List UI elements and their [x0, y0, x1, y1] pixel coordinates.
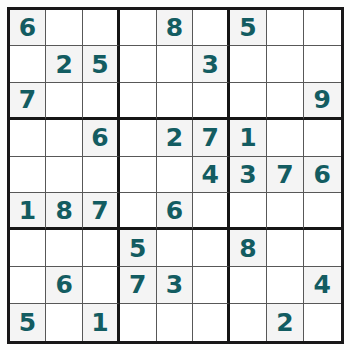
cell-r1c1[interactable]: 6: [10, 10, 47, 47]
cell-r6c6[interactable]: [193, 193, 230, 230]
cell-r1c7[interactable]: 5: [230, 10, 267, 47]
cell-r4c5[interactable]: 2: [157, 120, 194, 157]
cell-r5c9[interactable]: 6: [304, 157, 341, 194]
cell-r9c7[interactable]: [230, 304, 267, 341]
cell-r3c6[interactable]: [193, 83, 230, 120]
cell-r5c1[interactable]: [10, 157, 47, 194]
cell-r4c4[interactable]: [120, 120, 157, 157]
cell-r6c8[interactable]: [267, 193, 304, 230]
cell-r9c2[interactable]: [46, 304, 83, 341]
sudoku-page: 68525379627143761876586734512: [0, 0, 350, 350]
cell-r5c8[interactable]: 7: [267, 157, 304, 194]
cell-r8c3[interactable]: [83, 267, 120, 304]
cell-r3c5[interactable]: [157, 83, 194, 120]
cell-r4c1[interactable]: [10, 120, 47, 157]
cell-r8c4[interactable]: 7: [120, 267, 157, 304]
cell-r8c2[interactable]: 6: [46, 267, 83, 304]
cell-r3c4[interactable]: [120, 83, 157, 120]
cell-r5c5[interactable]: [157, 157, 194, 194]
cell-r2c7[interactable]: [230, 46, 267, 83]
cell-r2c5[interactable]: [157, 46, 194, 83]
cell-r5c3[interactable]: [83, 157, 120, 194]
cell-r2c1[interactable]: [10, 46, 47, 83]
cell-r1c4[interactable]: [120, 10, 157, 47]
cell-r1c8[interactable]: [267, 10, 304, 47]
cell-r9c9[interactable]: [304, 304, 341, 341]
cell-r5c7[interactable]: 3: [230, 157, 267, 194]
cell-r7c6[interactable]: [193, 230, 230, 267]
cell-r4c6[interactable]: 7: [193, 120, 230, 157]
cell-r4c8[interactable]: [267, 120, 304, 157]
cell-r7c7[interactable]: 8: [230, 230, 267, 267]
cell-r7c5[interactable]: [157, 230, 194, 267]
cell-r2c4[interactable]: [120, 46, 157, 83]
cell-r8c6[interactable]: [193, 267, 230, 304]
cell-r4c7[interactable]: 1: [230, 120, 267, 157]
cell-r9c8[interactable]: 2: [267, 304, 304, 341]
cell-r7c9[interactable]: [304, 230, 341, 267]
cell-r8c9[interactable]: 4: [304, 267, 341, 304]
cell-r7c1[interactable]: [10, 230, 47, 267]
cell-r9c3[interactable]: 1: [83, 304, 120, 341]
cell-r6c7[interactable]: [230, 193, 267, 230]
cell-r1c9[interactable]: [304, 10, 341, 47]
cell-r4c3[interactable]: 6: [83, 120, 120, 157]
cell-r7c3[interactable]: [83, 230, 120, 267]
cell-r1c3[interactable]: [83, 10, 120, 47]
cell-r5c4[interactable]: [120, 157, 157, 194]
cell-r6c5[interactable]: 6: [157, 193, 194, 230]
sudoku-board: 68525379627143761876586734512: [7, 7, 344, 344]
cell-r1c5[interactable]: 8: [157, 10, 194, 47]
cell-r9c1[interactable]: 5: [10, 304, 47, 341]
cell-r3c1[interactable]: 7: [10, 83, 47, 120]
cell-r2c9[interactable]: [304, 46, 341, 83]
cell-r7c4[interactable]: 5: [120, 230, 157, 267]
cell-r2c6[interactable]: 3: [193, 46, 230, 83]
cell-r9c5[interactable]: [157, 304, 194, 341]
cell-r9c4[interactable]: [120, 304, 157, 341]
cell-r1c6[interactable]: [193, 10, 230, 47]
cell-r3c9[interactable]: 9: [304, 83, 341, 120]
cell-r3c2[interactable]: [46, 83, 83, 120]
cell-r5c6[interactable]: 4: [193, 157, 230, 194]
cell-r7c8[interactable]: [267, 230, 304, 267]
cell-r3c7[interactable]: [230, 83, 267, 120]
cell-r6c2[interactable]: 8: [46, 193, 83, 230]
cell-r9c6[interactable]: [193, 304, 230, 341]
cell-r3c3[interactable]: [83, 83, 120, 120]
cell-r8c8[interactable]: [267, 267, 304, 304]
cell-r4c9[interactable]: [304, 120, 341, 157]
cell-r8c1[interactable]: [10, 267, 47, 304]
cell-r6c4[interactable]: [120, 193, 157, 230]
cell-r1c2[interactable]: [46, 10, 83, 47]
cell-r6c9[interactable]: [304, 193, 341, 230]
cell-r2c8[interactable]: [267, 46, 304, 83]
cell-r8c5[interactable]: 3: [157, 267, 194, 304]
cell-r8c7[interactable]: [230, 267, 267, 304]
cell-r5c2[interactable]: [46, 157, 83, 194]
cell-r6c1[interactable]: 1: [10, 193, 47, 230]
cell-r3c8[interactable]: [267, 83, 304, 120]
cell-r2c2[interactable]: 2: [46, 46, 83, 83]
cell-r4c2[interactable]: [46, 120, 83, 157]
cell-r6c3[interactable]: 7: [83, 193, 120, 230]
cell-r2c3[interactable]: 5: [83, 46, 120, 83]
cell-r7c2[interactable]: [46, 230, 83, 267]
